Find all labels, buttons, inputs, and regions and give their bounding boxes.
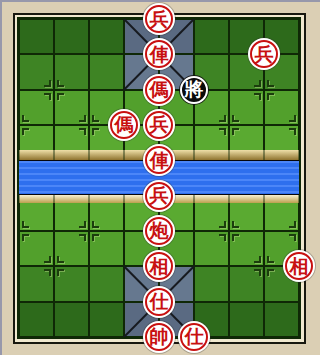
red-soldier[interactable]: 兵 (145, 111, 173, 139)
point-marker (289, 234, 296, 241)
red-chariot[interactable]: 俥 (145, 40, 173, 68)
point-marker (254, 269, 261, 276)
point-marker (79, 128, 86, 135)
point-marker (22, 128, 29, 135)
point-marker (44, 80, 51, 87)
point-marker (79, 234, 86, 241)
point-marker (22, 221, 29, 228)
red-chariot[interactable]: 俥 (145, 146, 173, 174)
red-soldier[interactable]: 兵 (145, 182, 173, 210)
point-marker (219, 128, 226, 135)
black-general[interactable]: 將 (180, 76, 208, 104)
point-marker (267, 80, 274, 87)
point-marker (232, 221, 239, 228)
window-edge-left (0, 0, 2, 355)
xiangqi-board-screen: 兵俥兵傌將傌兵俥兵炮相相仕帥仕 (0, 0, 320, 355)
red-horse[interactable]: 傌 (145, 76, 173, 104)
point-marker (232, 128, 239, 135)
point-marker (57, 80, 64, 87)
point-marker (254, 93, 261, 100)
point-marker (92, 221, 99, 228)
point-marker (254, 256, 261, 263)
point-marker (92, 128, 99, 135)
point-marker (267, 269, 274, 276)
point-marker (22, 234, 29, 241)
point-marker (289, 115, 296, 122)
point-marker (57, 256, 64, 263)
point-marker (44, 93, 51, 100)
point-marker (219, 234, 226, 241)
point-marker (92, 234, 99, 241)
board-overlay: 兵俥兵傌將傌兵俥兵炮相相仕帥仕 (17, 17, 301, 339)
point-marker (232, 115, 239, 122)
red-advisor[interactable]: 仕 (145, 288, 173, 316)
window-edge-top (0, 0, 320, 2)
red-cannon[interactable]: 炮 (145, 217, 173, 245)
point-marker (289, 221, 296, 228)
point-marker (289, 128, 296, 135)
point-marker (267, 256, 274, 263)
point-marker (44, 269, 51, 276)
point-marker (232, 234, 239, 241)
point-marker (44, 256, 51, 263)
point-marker (79, 115, 86, 122)
red-advisor[interactable]: 仕 (180, 323, 208, 351)
point-marker (267, 93, 274, 100)
red-soldier[interactable]: 兵 (250, 40, 278, 68)
red-elephant[interactable]: 相 (145, 252, 173, 280)
point-marker (254, 80, 261, 87)
red-elephant[interactable]: 相 (285, 252, 313, 280)
red-horse[interactable]: 傌 (110, 111, 138, 139)
point-marker (22, 115, 29, 122)
point-marker (219, 115, 226, 122)
red-general[interactable]: 帥 (145, 323, 173, 351)
point-marker (219, 221, 226, 228)
point-marker (92, 115, 99, 122)
red-soldier[interactable]: 兵 (145, 5, 173, 33)
point-marker (57, 269, 64, 276)
point-marker (79, 221, 86, 228)
point-marker (57, 93, 64, 100)
